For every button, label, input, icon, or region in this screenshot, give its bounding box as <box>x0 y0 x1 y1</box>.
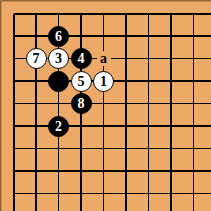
stone-black-plain <box>48 71 69 92</box>
stone-white-7: 7 <box>26 48 47 69</box>
stone-black-6: 6 <box>48 26 69 47</box>
board-frame-left-edge <box>0 0 2 211</box>
stone-white-1: 1 <box>93 71 114 92</box>
stone-white-3: 3 <box>48 48 69 69</box>
stone-black-2: 2 <box>48 116 69 137</box>
stone-white-5: 5 <box>71 71 92 92</box>
board-frame-top-edge <box>0 0 211 2</box>
point-label-a: a <box>97 51 111 66</box>
stone-black-8: 8 <box>71 93 92 114</box>
go-diagram: 67345182a <box>0 0 211 211</box>
stone-black-4: 4 <box>71 48 92 69</box>
stones-grid: 67345182a <box>2 2 211 211</box>
